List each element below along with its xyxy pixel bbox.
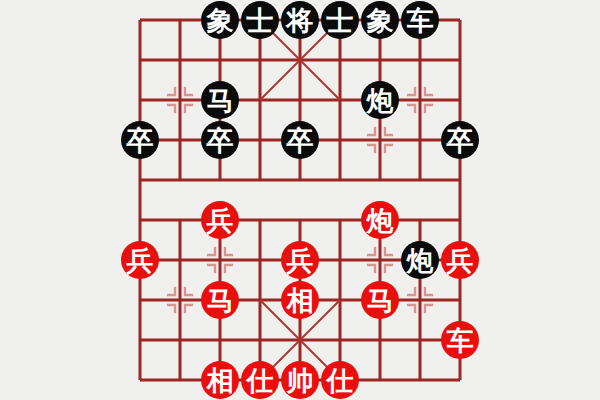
piece-black-cannon[interactable]: 炮 (401, 241, 439, 279)
piece-black-soldier[interactable]: 卒 (201, 121, 239, 159)
piece-red-horse[interactable]: 马 (201, 281, 239, 319)
piece-black-horse[interactable]: 马 (201, 81, 239, 119)
piece-red-chariot[interactable]: 车 (441, 321, 479, 359)
piece-black-general[interactable]: 将 (281, 1, 319, 39)
piece-red-advisor[interactable]: 仕 (241, 361, 279, 399)
piece-black-soldier[interactable]: 卒 (121, 121, 159, 159)
piece-black-chariot[interactable]: 车 (401, 1, 439, 39)
piece-red-elephant[interactable]: 相 (281, 281, 319, 319)
piece-red-soldier[interactable]: 兵 (121, 241, 159, 279)
piece-red-cannon[interactable]: 炮 (361, 201, 399, 239)
piece-red-soldier[interactable]: 兵 (281, 241, 319, 279)
piece-black-elephant[interactable]: 象 (201, 1, 239, 39)
piece-red-advisor[interactable]: 仕 (321, 361, 359, 399)
piece-black-soldier[interactable]: 卒 (441, 121, 479, 159)
piece-black-cannon[interactable]: 炮 (361, 81, 399, 119)
piece-red-soldier[interactable]: 兵 (441, 241, 479, 279)
piece-black-soldier[interactable]: 卒 (281, 121, 319, 159)
piece-black-advisor[interactable]: 士 (241, 1, 279, 39)
xiangqi-board: 象士将士象车马炮卒卒卒卒兵炮兵兵炮兵马相马车相仕帅仕 (0, 0, 600, 400)
piece-red-elephant[interactable]: 相 (201, 361, 239, 399)
piece-red-general[interactable]: 帅 (281, 361, 319, 399)
piece-red-horse[interactable]: 马 (361, 281, 399, 319)
piece-black-advisor[interactable]: 士 (321, 1, 359, 39)
piece-grid: 象士将士象车马炮卒卒卒卒兵炮兵兵炮兵马相马车相仕帅仕 (120, 0, 480, 400)
piece-black-elephant[interactable]: 象 (361, 1, 399, 39)
piece-red-soldier[interactable]: 兵 (201, 201, 239, 239)
